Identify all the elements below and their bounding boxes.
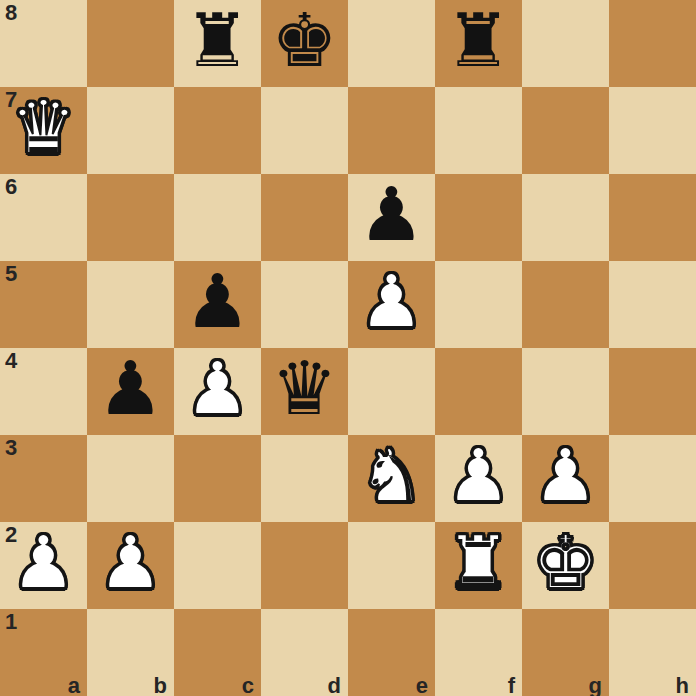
square-b5[interactable] (87, 261, 174, 348)
square-a6[interactable]: 6 (0, 174, 87, 261)
square-e1[interactable]: e (348, 609, 435, 696)
square-b6[interactable] (87, 174, 174, 261)
square-d1[interactable]: d (261, 609, 348, 696)
square-c1[interactable]: c (174, 609, 261, 696)
piece-black-rook[interactable]: ♜ (184, 0, 250, 84)
square-h6[interactable] (609, 174, 696, 261)
rank-label-1: 1 (5, 610, 17, 634)
square-e8[interactable] (348, 0, 435, 87)
piece-black-rook[interactable]: ♜ (445, 0, 511, 84)
square-h1[interactable]: h (609, 609, 696, 696)
square-f5[interactable] (435, 261, 522, 348)
piece-white-rook[interactable]: ♜ (445, 519, 511, 606)
square-c3[interactable] (174, 435, 261, 522)
square-b1[interactable]: b (87, 609, 174, 696)
piece-white-pawn[interactable]: ♟ (532, 432, 598, 519)
square-e3[interactable]: ♞ (348, 435, 435, 522)
square-c7[interactable] (174, 87, 261, 174)
square-e6[interactable]: ♟ (348, 174, 435, 261)
square-b4[interactable]: ♟ (87, 348, 174, 435)
piece-black-queen[interactable]: ♛ (271, 345, 337, 432)
square-g4[interactable] (522, 348, 609, 435)
file-label-c: c (242, 674, 254, 696)
file-label-g: g (589, 674, 602, 696)
piece-white-king[interactable]: ♚ (532, 519, 598, 606)
square-e2[interactable] (348, 522, 435, 609)
square-g8[interactable] (522, 0, 609, 87)
square-a4[interactable]: 4 (0, 348, 87, 435)
square-h8[interactable] (609, 0, 696, 87)
square-g6[interactable] (522, 174, 609, 261)
piece-black-king[interactable]: ♚ (271, 0, 337, 84)
chess-board: 8♜♚♜7♛6♟5♟♟4♟♟♛3♞♟♟2♟♟♜♚1abcdefgh (0, 0, 696, 696)
square-a8[interactable]: 8 (0, 0, 87, 87)
square-e7[interactable] (348, 87, 435, 174)
square-f1[interactable]: f (435, 609, 522, 696)
square-f4[interactable] (435, 348, 522, 435)
rank-label-8: 8 (5, 1, 17, 25)
square-a3[interactable]: 3 (0, 435, 87, 522)
square-g2[interactable]: ♚ (522, 522, 609, 609)
rank-label-5: 5 (5, 262, 17, 286)
square-c6[interactable] (174, 174, 261, 261)
square-d4[interactable]: ♛ (261, 348, 348, 435)
rank-label-4: 4 (5, 349, 17, 373)
piece-black-pawn[interactable]: ♟ (184, 258, 250, 345)
square-c2[interactable] (174, 522, 261, 609)
square-d3[interactable] (261, 435, 348, 522)
square-d8[interactable]: ♚ (261, 0, 348, 87)
square-b3[interactable] (87, 435, 174, 522)
piece-white-queen[interactable]: ♛ (10, 84, 76, 171)
piece-white-knight[interactable]: ♞ (358, 432, 424, 519)
square-h2[interactable] (609, 522, 696, 609)
square-d6[interactable] (261, 174, 348, 261)
file-label-a: a (68, 674, 80, 696)
piece-white-pawn[interactable]: ♟ (445, 432, 511, 519)
square-f7[interactable] (435, 87, 522, 174)
square-f6[interactable] (435, 174, 522, 261)
piece-black-pawn[interactable]: ♟ (358, 171, 424, 258)
square-a7[interactable]: 7♛ (0, 87, 87, 174)
square-c5[interactable]: ♟ (174, 261, 261, 348)
file-label-f: f (508, 674, 515, 696)
piece-white-pawn[interactable]: ♟ (358, 258, 424, 345)
square-a5[interactable]: 5 (0, 261, 87, 348)
square-h5[interactable] (609, 261, 696, 348)
square-d2[interactable] (261, 522, 348, 609)
square-f2[interactable]: ♜ (435, 522, 522, 609)
piece-black-pawn[interactable]: ♟ (97, 345, 163, 432)
square-a2[interactable]: 2♟ (0, 522, 87, 609)
square-b8[interactable] (87, 0, 174, 87)
piece-white-pawn[interactable]: ♟ (97, 519, 163, 606)
square-g7[interactable] (522, 87, 609, 174)
square-b7[interactable] (87, 87, 174, 174)
file-label-h: h (676, 674, 689, 696)
square-h7[interactable] (609, 87, 696, 174)
square-c4[interactable]: ♟ (174, 348, 261, 435)
square-h3[interactable] (609, 435, 696, 522)
piece-white-pawn[interactable]: ♟ (184, 345, 250, 432)
square-e4[interactable] (348, 348, 435, 435)
square-g5[interactable] (522, 261, 609, 348)
file-label-e: e (416, 674, 428, 696)
file-label-b: b (154, 674, 167, 696)
square-a1[interactable]: 1a (0, 609, 87, 696)
square-h4[interactable] (609, 348, 696, 435)
square-c8[interactable]: ♜ (174, 0, 261, 87)
square-f8[interactable]: ♜ (435, 0, 522, 87)
rank-label-3: 3 (5, 436, 17, 460)
rank-label-6: 6 (5, 175, 17, 199)
square-e5[interactable]: ♟ (348, 261, 435, 348)
square-g1[interactable]: g (522, 609, 609, 696)
file-label-d: d (328, 674, 341, 696)
square-d5[interactable] (261, 261, 348, 348)
square-d7[interactable] (261, 87, 348, 174)
square-g3[interactable]: ♟ (522, 435, 609, 522)
square-b2[interactable]: ♟ (87, 522, 174, 609)
piece-white-pawn[interactable]: ♟ (10, 519, 76, 606)
square-f3[interactable]: ♟ (435, 435, 522, 522)
